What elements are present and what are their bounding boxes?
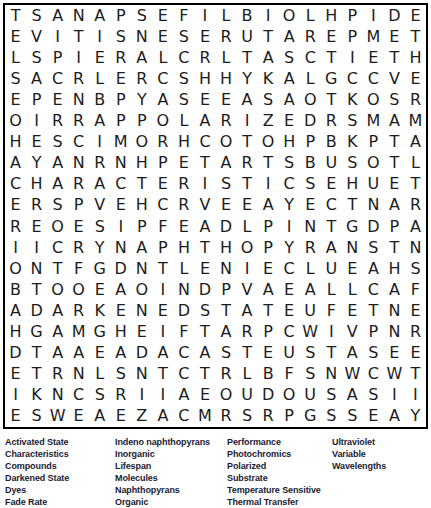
grid-cell-r20c5[interactable]: A — [89, 406, 110, 427]
grid-cell-r15c5[interactable]: K — [89, 300, 110, 321]
grid-cell-r14c17[interactable]: L — [342, 279, 363, 300]
grid-cell-r8c11[interactable]: A — [215, 153, 236, 174]
grid-cell-r16c11[interactable]: A — [215, 322, 236, 343]
grid-cell-r8c8[interactable]: P — [152, 153, 173, 174]
grid-cell-r19c14[interactable]: O — [279, 385, 300, 406]
grid-cell-r12c18[interactable]: S — [363, 237, 384, 258]
grid-cell-r20c18[interactable]: E — [363, 406, 384, 427]
grid-cell-r1c4[interactable]: N — [68, 5, 89, 26]
grid-cell-r4c5[interactable]: L — [89, 68, 110, 89]
grid-cell-r4c1[interactable]: S — [5, 68, 26, 89]
grid-cell-r14c10[interactable]: D — [194, 279, 215, 300]
grid-cell-r8c17[interactable]: S — [342, 153, 363, 174]
grid-cell-r2c6[interactable]: S — [110, 26, 131, 47]
grid-cell-r2c1[interactable]: E — [5, 26, 26, 47]
grid-cell-r18c15[interactable]: S — [300, 364, 321, 385]
grid-cell-r17c11[interactable]: S — [215, 343, 236, 364]
grid-cell-r5c17[interactable]: K — [342, 89, 363, 110]
grid-cell-r5c20[interactable]: R — [405, 89, 426, 110]
grid-cell-r14c5[interactable]: E — [89, 279, 110, 300]
grid-cell-r14c2[interactable]: T — [26, 279, 47, 300]
grid-cell-r9c18[interactable]: U — [363, 174, 384, 195]
grid-cell-r15c9[interactable]: D — [173, 300, 194, 321]
grid-cell-r13c20[interactable]: S — [405, 258, 426, 279]
grid-cell-r14c20[interactable]: F — [405, 279, 426, 300]
grid-cell-r8c5[interactable]: R — [89, 153, 110, 174]
grid-cell-r20c15[interactable]: G — [300, 406, 321, 427]
grid-cell-r1c10[interactable]: I — [194, 5, 215, 26]
grid-cell-r15c19[interactable]: N — [384, 300, 405, 321]
grid-cell-r4c12[interactable]: Y — [237, 68, 258, 89]
grid-cell-r18c8[interactable]: T — [152, 364, 173, 385]
grid-cell-r12c5[interactable]: Y — [89, 237, 110, 258]
grid-cell-r10c11[interactable]: E — [215, 195, 236, 216]
grid-cell-r11c2[interactable]: E — [26, 216, 47, 237]
grid-cell-r9c13[interactable]: I — [258, 174, 279, 195]
grid-cell-r11c8[interactable]: F — [152, 216, 173, 237]
grid-cell-r6c1[interactable]: O — [5, 111, 26, 132]
grid-cell-r4c11[interactable]: H — [215, 68, 236, 89]
grid-cell-r19c18[interactable]: S — [363, 385, 384, 406]
grid-cell-r11c3[interactable]: O — [47, 216, 68, 237]
grid-cell-r3c4[interactable]: I — [68, 47, 89, 68]
grid-cell-r12c15[interactable]: R — [300, 237, 321, 258]
grid-cell-r14c18[interactable]: C — [363, 279, 384, 300]
grid-cell-r19c16[interactable]: S — [321, 385, 342, 406]
grid-cell-r10c20[interactable]: R — [405, 195, 426, 216]
grid-cell-r19c4[interactable]: C — [68, 385, 89, 406]
grid-cell-r3c15[interactable]: C — [300, 47, 321, 68]
grid-cell-r17c2[interactable]: T — [26, 343, 47, 364]
grid-cell-r10c19[interactable]: A — [384, 195, 405, 216]
grid-cell-r5c11[interactable]: E — [215, 89, 236, 110]
grid-cell-r3c16[interactable]: T — [321, 47, 342, 68]
grid-cell-r2c18[interactable]: M — [363, 26, 384, 47]
grid-cell-r16c18[interactable]: P — [363, 322, 384, 343]
grid-cell-r6c20[interactable]: M — [405, 111, 426, 132]
grid-cell-r14c12[interactable]: V — [237, 279, 258, 300]
grid-cell-r19c6[interactable]: R — [110, 385, 131, 406]
grid-cell-r19c7[interactable]: I — [131, 385, 152, 406]
grid-cell-r15c15[interactable]: U — [300, 300, 321, 321]
grid-cell-r10c1[interactable]: E — [5, 195, 26, 216]
grid-cell-r8c4[interactable]: N — [68, 153, 89, 174]
grid-cell-r1c9[interactable]: F — [173, 5, 194, 26]
grid-cell-r10c15[interactable]: E — [300, 195, 321, 216]
grid-cell-r18c16[interactable]: N — [321, 364, 342, 385]
grid-cell-r12c8[interactable]: P — [152, 237, 173, 258]
grid-cell-r16c4[interactable]: M — [68, 322, 89, 343]
grid-cell-r6c9[interactable]: L — [173, 111, 194, 132]
grid-cell-r15c16[interactable]: F — [321, 300, 342, 321]
grid-cell-r5c12[interactable]: A — [237, 89, 258, 110]
grid-cell-r3c14[interactable]: S — [279, 47, 300, 68]
grid-cell-r11c11[interactable]: D — [215, 216, 236, 237]
grid-cell-r14c7[interactable]: O — [131, 279, 152, 300]
grid-cell-r11c4[interactable]: E — [68, 216, 89, 237]
grid-cell-r17c4[interactable]: A — [68, 343, 89, 364]
grid-cell-r15c14[interactable]: E — [279, 300, 300, 321]
grid-cell-r19c10[interactable]: E — [194, 385, 215, 406]
grid-cell-r17c7[interactable]: D — [131, 343, 152, 364]
grid-cell-r2c10[interactable]: E — [194, 26, 215, 47]
grid-cell-r13c10[interactable]: E — [194, 258, 215, 279]
grid-cell-r1c7[interactable]: S — [131, 5, 152, 26]
grid-cell-r11c16[interactable]: T — [321, 216, 342, 237]
grid-cell-r12c19[interactable]: T — [384, 237, 405, 258]
grid-cell-r16c8[interactable]: I — [152, 322, 173, 343]
grid-cell-r2c11[interactable]: R — [215, 26, 236, 47]
grid-cell-r12c12[interactable]: O — [237, 237, 258, 258]
grid-cell-r7c17[interactable]: K — [342, 132, 363, 153]
grid-cell-r7c5[interactable]: I — [89, 132, 110, 153]
grid-cell-r13c11[interactable]: N — [215, 258, 236, 279]
grid-cell-r3c19[interactable]: T — [384, 47, 405, 68]
grid-cell-r13c6[interactable]: D — [110, 258, 131, 279]
grid-cell-r11c15[interactable]: N — [300, 216, 321, 237]
grid-cell-r1c14[interactable]: O — [279, 5, 300, 26]
grid-cell-r20c13[interactable]: R — [258, 406, 279, 427]
grid-cell-r15c17[interactable]: E — [342, 300, 363, 321]
grid-cell-r6c5[interactable]: A — [89, 111, 110, 132]
grid-cell-r17c17[interactable]: A — [342, 343, 363, 364]
grid-cell-r9c10[interactable]: I — [194, 174, 215, 195]
grid-cell-r7c15[interactable]: P — [300, 132, 321, 153]
grid-cell-r19c19[interactable]: I — [384, 385, 405, 406]
grid-cell-r14c8[interactable]: I — [152, 279, 173, 300]
grid-cell-r8c2[interactable]: Y — [26, 153, 47, 174]
grid-cell-r10c12[interactable]: E — [237, 195, 258, 216]
grid-cell-r6c19[interactable]: A — [384, 111, 405, 132]
grid-cell-r2c13[interactable]: T — [258, 26, 279, 47]
grid-cell-r10c14[interactable]: Y — [279, 195, 300, 216]
grid-cell-r8c1[interactable]: A — [5, 153, 26, 174]
grid-cell-r14c6[interactable]: A — [110, 279, 131, 300]
grid-cell-r11c9[interactable]: E — [173, 216, 194, 237]
grid-cell-r17c18[interactable]: S — [363, 343, 384, 364]
grid-cell-r6c11[interactable]: R — [215, 111, 236, 132]
grid-cell-r11c7[interactable]: P — [131, 216, 152, 237]
grid-cell-r1c15[interactable]: L — [300, 5, 321, 26]
grid-cell-r8c20[interactable]: L — [405, 153, 426, 174]
grid-cell-r12c20[interactable]: N — [405, 237, 426, 258]
grid-cell-r15c12[interactable]: A — [237, 300, 258, 321]
grid-cell-r8c14[interactable]: S — [279, 153, 300, 174]
grid-cell-r20c9[interactable]: C — [173, 406, 194, 427]
grid-cell-r14c15[interactable]: A — [300, 279, 321, 300]
grid-cell-r3c6[interactable]: R — [110, 47, 131, 68]
grid-cell-r5c10[interactable]: E — [194, 89, 215, 110]
grid-cell-r5c1[interactable]: E — [5, 89, 26, 110]
grid-cell-r6c6[interactable]: P — [110, 111, 131, 132]
grid-cell-r10c16[interactable]: C — [321, 195, 342, 216]
grid-cell-r3c20[interactable]: H — [405, 47, 426, 68]
grid-cell-r2c5[interactable]: I — [89, 26, 110, 47]
grid-cell-r7c11[interactable]: O — [215, 132, 236, 153]
grid-cell-r8c9[interactable]: E — [173, 153, 194, 174]
grid-cell-r9c14[interactable]: C — [279, 174, 300, 195]
grid-cell-r3c8[interactable]: L — [152, 47, 173, 68]
grid-cell-r1c6[interactable]: P — [110, 5, 131, 26]
grid-cell-r18c14[interactable]: F — [279, 364, 300, 385]
grid-cell-r3c1[interactable]: L — [5, 47, 26, 68]
grid-cell-r3c11[interactable]: L — [215, 47, 236, 68]
grid-cell-r14c11[interactable]: P — [215, 279, 236, 300]
grid-cell-r6c12[interactable]: I — [237, 111, 258, 132]
grid-cell-r13c7[interactable]: N — [131, 258, 152, 279]
grid-cell-r7c4[interactable]: C — [68, 132, 89, 153]
grid-cell-r2c17[interactable]: P — [342, 26, 363, 47]
grid-cell-r6c7[interactable]: P — [131, 111, 152, 132]
grid-cell-r9c15[interactable]: S — [300, 174, 321, 195]
grid-cell-r10c13[interactable]: A — [258, 195, 279, 216]
grid-cell-r4c6[interactable]: E — [110, 68, 131, 89]
grid-cell-r20c19[interactable]: A — [384, 406, 405, 427]
grid-cell-r2c3[interactable]: I — [47, 26, 68, 47]
grid-cell-r11c18[interactable]: D — [363, 216, 384, 237]
grid-cell-r18c2[interactable]: T — [26, 364, 47, 385]
grid-cell-r17c8[interactable]: A — [152, 343, 173, 364]
grid-cell-r1c2[interactable]: S — [26, 5, 47, 26]
grid-cell-r10c9[interactable]: R — [173, 195, 194, 216]
grid-cell-r9c5[interactable]: A — [89, 174, 110, 195]
grid-cell-r12c14[interactable]: Y — [279, 237, 300, 258]
grid-cell-r1c11[interactable]: L — [215, 5, 236, 26]
grid-cell-r5c15[interactable]: O — [300, 89, 321, 110]
grid-cell-r1c20[interactable]: E — [405, 5, 426, 26]
grid-cell-r1c3[interactable]: A — [47, 5, 68, 26]
grid-cell-r20c11[interactable]: R — [215, 406, 236, 427]
grid-cell-r16c3[interactable]: A — [47, 322, 68, 343]
grid-cell-r3c5[interactable]: E — [89, 47, 110, 68]
grid-cell-r6c10[interactable]: A — [194, 111, 215, 132]
grid-cell-r4c8[interactable]: C — [152, 68, 173, 89]
grid-cell-r19c17[interactable]: A — [342, 385, 363, 406]
grid-cell-r7c6[interactable]: M — [110, 132, 131, 153]
grid-cell-r8c6[interactable]: N — [110, 153, 131, 174]
grid-cell-r10c8[interactable]: C — [152, 195, 173, 216]
grid-cell-r2c7[interactable]: N — [131, 26, 152, 47]
grid-cell-r20c2[interactable]: S — [26, 406, 47, 427]
grid-cell-r7c13[interactable]: O — [258, 132, 279, 153]
grid-cell-r19c15[interactable]: U — [300, 385, 321, 406]
grid-cell-r6c13[interactable]: Z — [258, 111, 279, 132]
grid-cell-r18c12[interactable]: L — [237, 364, 258, 385]
grid-cell-r3c12[interactable]: T — [237, 47, 258, 68]
grid-cell-r7c2[interactable]: E — [26, 132, 47, 153]
grid-cell-r15c2[interactable]: D — [26, 300, 47, 321]
grid-cell-r10c17[interactable]: T — [342, 195, 363, 216]
grid-cell-r18c7[interactable]: N — [131, 364, 152, 385]
grid-cell-r1c13[interactable]: I — [258, 5, 279, 26]
grid-cell-r18c11[interactable]: R — [215, 364, 236, 385]
grid-cell-r11c6[interactable]: I — [110, 216, 131, 237]
grid-cell-r16c15[interactable]: W — [300, 322, 321, 343]
grid-cell-r17c6[interactable]: A — [110, 343, 131, 364]
grid-cell-r18c5[interactable]: L — [89, 364, 110, 385]
grid-cell-r12c4[interactable]: R — [68, 237, 89, 258]
grid-cell-r13c14[interactable]: C — [279, 258, 300, 279]
grid-cell-r11c13[interactable]: P — [258, 216, 279, 237]
grid-cell-r18c19[interactable]: W — [384, 364, 405, 385]
grid-cell-r4c3[interactable]: C — [47, 68, 68, 89]
grid-cell-r16c13[interactable]: P — [258, 322, 279, 343]
grid-cell-r13c5[interactable]: G — [89, 258, 110, 279]
grid-cell-r11c17[interactable]: G — [342, 216, 363, 237]
grid-cell-r19c5[interactable]: S — [89, 385, 110, 406]
grid-cell-r14c9[interactable]: N — [173, 279, 194, 300]
grid-cell-r20c6[interactable]: E — [110, 406, 131, 427]
grid-cell-r9c11[interactable]: S — [215, 174, 236, 195]
grid-cell-r5c7[interactable]: Y — [131, 89, 152, 110]
grid-cell-r16c14[interactable]: C — [279, 322, 300, 343]
grid-cell-r16c20[interactable]: R — [405, 322, 426, 343]
grid-cell-r1c18[interactable]: I — [363, 5, 384, 26]
grid-cell-r1c12[interactable]: B — [237, 5, 258, 26]
grid-cell-r20c4[interactable]: E — [68, 406, 89, 427]
grid-cell-r6c16[interactable]: R — [321, 111, 342, 132]
grid-cell-r11c10[interactable]: A — [194, 216, 215, 237]
grid-cell-r9c7[interactable]: T — [131, 174, 152, 195]
grid-cell-r13c12[interactable]: I — [237, 258, 258, 279]
grid-cell-r5c14[interactable]: A — [279, 89, 300, 110]
grid-cell-r16c17[interactable]: V — [342, 322, 363, 343]
grid-cell-r9c1[interactable]: C — [5, 174, 26, 195]
grid-cell-r9c16[interactable]: E — [321, 174, 342, 195]
grid-cell-r7c7[interactable]: O — [131, 132, 152, 153]
grid-cell-r15c6[interactable]: E — [110, 300, 131, 321]
grid-cell-r12c10[interactable]: T — [194, 237, 215, 258]
grid-cell-r3c9[interactable]: C — [173, 47, 194, 68]
grid-cell-r17c9[interactable]: C — [173, 343, 194, 364]
grid-cell-r2c16[interactable]: E — [321, 26, 342, 47]
grid-cell-r3c13[interactable]: A — [258, 47, 279, 68]
grid-cell-r2c9[interactable]: S — [173, 26, 194, 47]
grid-cell-r12c6[interactable]: N — [110, 237, 131, 258]
grid-cell-r15c1[interactable]: A — [5, 300, 26, 321]
grid-cell-r19c13[interactable]: D — [258, 385, 279, 406]
grid-cell-r10c2[interactable]: R — [26, 195, 47, 216]
grid-cell-r7c10[interactable]: C — [194, 132, 215, 153]
grid-cell-r3c3[interactable]: P — [47, 47, 68, 68]
grid-cell-r12c17[interactable]: N — [342, 237, 363, 258]
grid-cell-r20c20[interactable]: Y — [405, 406, 426, 427]
grid-cell-r14c14[interactable]: E — [279, 279, 300, 300]
grid-cell-r19c1[interactable]: I — [5, 385, 26, 406]
grid-cell-r3c2[interactable]: S — [26, 47, 47, 68]
grid-cell-r12c9[interactable]: H — [173, 237, 194, 258]
grid-cell-r10c10[interactable]: V — [194, 195, 215, 216]
grid-cell-r4c13[interactable]: K — [258, 68, 279, 89]
grid-cell-r7c1[interactable]: H — [5, 132, 26, 153]
grid-cell-r13c16[interactable]: U — [321, 258, 342, 279]
grid-cell-r6c15[interactable]: D — [300, 111, 321, 132]
grid-cell-r19c2[interactable]: K — [26, 385, 47, 406]
grid-cell-r16c12[interactable]: R — [237, 322, 258, 343]
grid-cell-r5c2[interactable]: P — [26, 89, 47, 110]
grid-cell-r7c20[interactable]: A — [405, 132, 426, 153]
grid-cell-r6c18[interactable]: M — [363, 111, 384, 132]
grid-cell-r9c4[interactable]: R — [68, 174, 89, 195]
grid-cell-r9c6[interactable]: C — [110, 174, 131, 195]
grid-cell-r19c12[interactable]: U — [237, 385, 258, 406]
grid-cell-r1c16[interactable]: H — [321, 5, 342, 26]
grid-cell-r1c5[interactable]: A — [89, 5, 110, 26]
grid-cell-r12c7[interactable]: A — [131, 237, 152, 258]
grid-cell-r4c17[interactable]: C — [342, 68, 363, 89]
grid-cell-r4c4[interactable]: R — [68, 68, 89, 89]
grid-cell-r11c14[interactable]: I — [279, 216, 300, 237]
grid-cell-r11c20[interactable]: A — [405, 216, 426, 237]
grid-cell-r4c18[interactable]: C — [363, 68, 384, 89]
grid-cell-r20c14[interactable]: P — [279, 406, 300, 427]
grid-cell-r6c8[interactable]: O — [152, 111, 173, 132]
grid-cell-r5c19[interactable]: S — [384, 89, 405, 110]
grid-cell-r18c20[interactable]: T — [405, 364, 426, 385]
grid-cell-r12c2[interactable]: I — [26, 237, 47, 258]
grid-cell-r20c10[interactable]: M — [194, 406, 215, 427]
grid-cell-r19c9[interactable]: A — [173, 385, 194, 406]
grid-cell-r13c3[interactable]: T — [47, 258, 68, 279]
grid-cell-r15c8[interactable]: E — [152, 300, 173, 321]
grid-cell-r17c16[interactable]: T — [321, 343, 342, 364]
grid-cell-r4c19[interactable]: V — [384, 68, 405, 89]
grid-cell-r9c9[interactable]: R — [173, 174, 194, 195]
grid-cell-r5c16[interactable]: T — [321, 89, 342, 110]
grid-cell-r16c6[interactable]: H — [110, 322, 131, 343]
grid-cell-r15c7[interactable]: N — [131, 300, 152, 321]
grid-cell-r2c20[interactable]: T — [405, 26, 426, 47]
grid-cell-r8c7[interactable]: H — [131, 153, 152, 174]
grid-cell-r16c10[interactable]: T — [194, 322, 215, 343]
grid-cell-r10c5[interactable]: V — [89, 195, 110, 216]
grid-cell-r20c16[interactable]: S — [321, 406, 342, 427]
grid-cell-r6c17[interactable]: S — [342, 111, 363, 132]
grid-cell-r15c4[interactable]: R — [68, 300, 89, 321]
grid-cell-r18c17[interactable]: W — [342, 364, 363, 385]
grid-cell-r19c8[interactable]: I — [152, 385, 173, 406]
grid-cell-r18c13[interactable]: B — [258, 364, 279, 385]
grid-cell-r5c3[interactable]: E — [47, 89, 68, 110]
grid-cell-r17c10[interactable]: A — [194, 343, 215, 364]
grid-cell-r10c6[interactable]: E — [110, 195, 131, 216]
grid-cell-r8c3[interactable]: A — [47, 153, 68, 174]
grid-cell-r8c16[interactable]: U — [321, 153, 342, 174]
grid-cell-r19c3[interactable]: N — [47, 385, 68, 406]
grid-cell-r7c18[interactable]: P — [363, 132, 384, 153]
grid-cell-r5c13[interactable]: S — [258, 89, 279, 110]
grid-cell-r18c6[interactable]: S — [110, 364, 131, 385]
grid-cell-r12c13[interactable]: P — [258, 237, 279, 258]
grid-cell-r13c4[interactable]: F — [68, 258, 89, 279]
grid-cell-r5c18[interactable]: O — [363, 89, 384, 110]
grid-cell-r15c10[interactable]: S — [194, 300, 215, 321]
grid-cell-r20c7[interactable]: Z — [131, 406, 152, 427]
grid-cell-r7c16[interactable]: B — [321, 132, 342, 153]
grid-cell-r9c20[interactable]: T — [405, 174, 426, 195]
grid-cell-r11c19[interactable]: P — [384, 216, 405, 237]
grid-cell-r4c7[interactable]: R — [131, 68, 152, 89]
grid-cell-r13c15[interactable]: L — [300, 258, 321, 279]
grid-cell-r2c12[interactable]: U — [237, 26, 258, 47]
grid-cell-r3c17[interactable]: I — [342, 47, 363, 68]
grid-cell-r14c19[interactable]: A — [384, 279, 405, 300]
grid-cell-r19c11[interactable]: O — [215, 385, 236, 406]
grid-cell-r18c9[interactable]: C — [173, 364, 194, 385]
grid-cell-r18c1[interactable]: E — [5, 364, 26, 385]
grid-cell-r13c9[interactable]: L — [173, 258, 194, 279]
grid-cell-r4c14[interactable]: A — [279, 68, 300, 89]
